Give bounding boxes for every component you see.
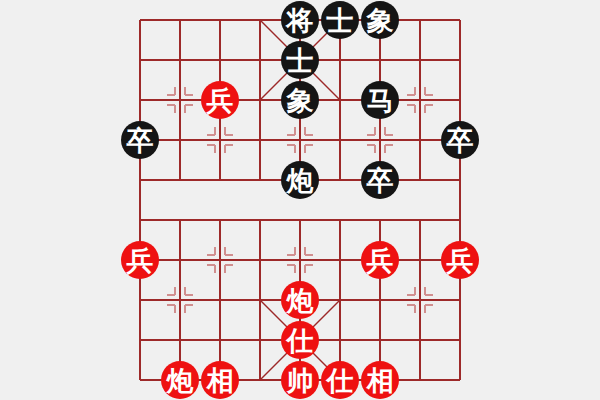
piece-red-advisor[interactable]: 仕 — [281, 321, 319, 359]
piece-red-elephant[interactable]: 相 — [361, 361, 399, 399]
piece-red-cannon[interactable]: 炮 — [281, 281, 319, 319]
piece-black-soldier[interactable]: 卒 — [121, 121, 159, 159]
piece-red-soldier[interactable]: 兵 — [361, 241, 399, 279]
piece-black-elephant[interactable]: 象 — [281, 81, 319, 119]
piece-black-elephant[interactable]: 象 — [361, 1, 399, 39]
piece-red-soldier[interactable]: 兵 — [441, 241, 479, 279]
xiangqi-board: 将士象士象马卒卒炮卒兵兵兵兵炮仕炮相帅仕相 — [0, 0, 600, 400]
piece-black-soldier[interactable]: 卒 — [361, 161, 399, 199]
piece-red-cannon[interactable]: 炮 — [161, 361, 199, 399]
piece-black-cannon[interactable]: 炮 — [281, 161, 319, 199]
piece-red-advisor[interactable]: 仕 — [321, 361, 359, 399]
piece-red-general[interactable]: 帅 — [281, 361, 319, 399]
piece-black-advisor[interactable]: 士 — [281, 41, 319, 79]
piece-red-soldier[interactable]: 兵 — [201, 81, 239, 119]
piece-red-soldier[interactable]: 兵 — [121, 241, 159, 279]
piece-black-general[interactable]: 将 — [281, 1, 319, 39]
piece-black-horse[interactable]: 马 — [361, 81, 399, 119]
piece-black-soldier[interactable]: 卒 — [441, 121, 479, 159]
piece-red-elephant[interactable]: 相 — [201, 361, 239, 399]
piece-black-advisor[interactable]: 士 — [321, 1, 359, 39]
